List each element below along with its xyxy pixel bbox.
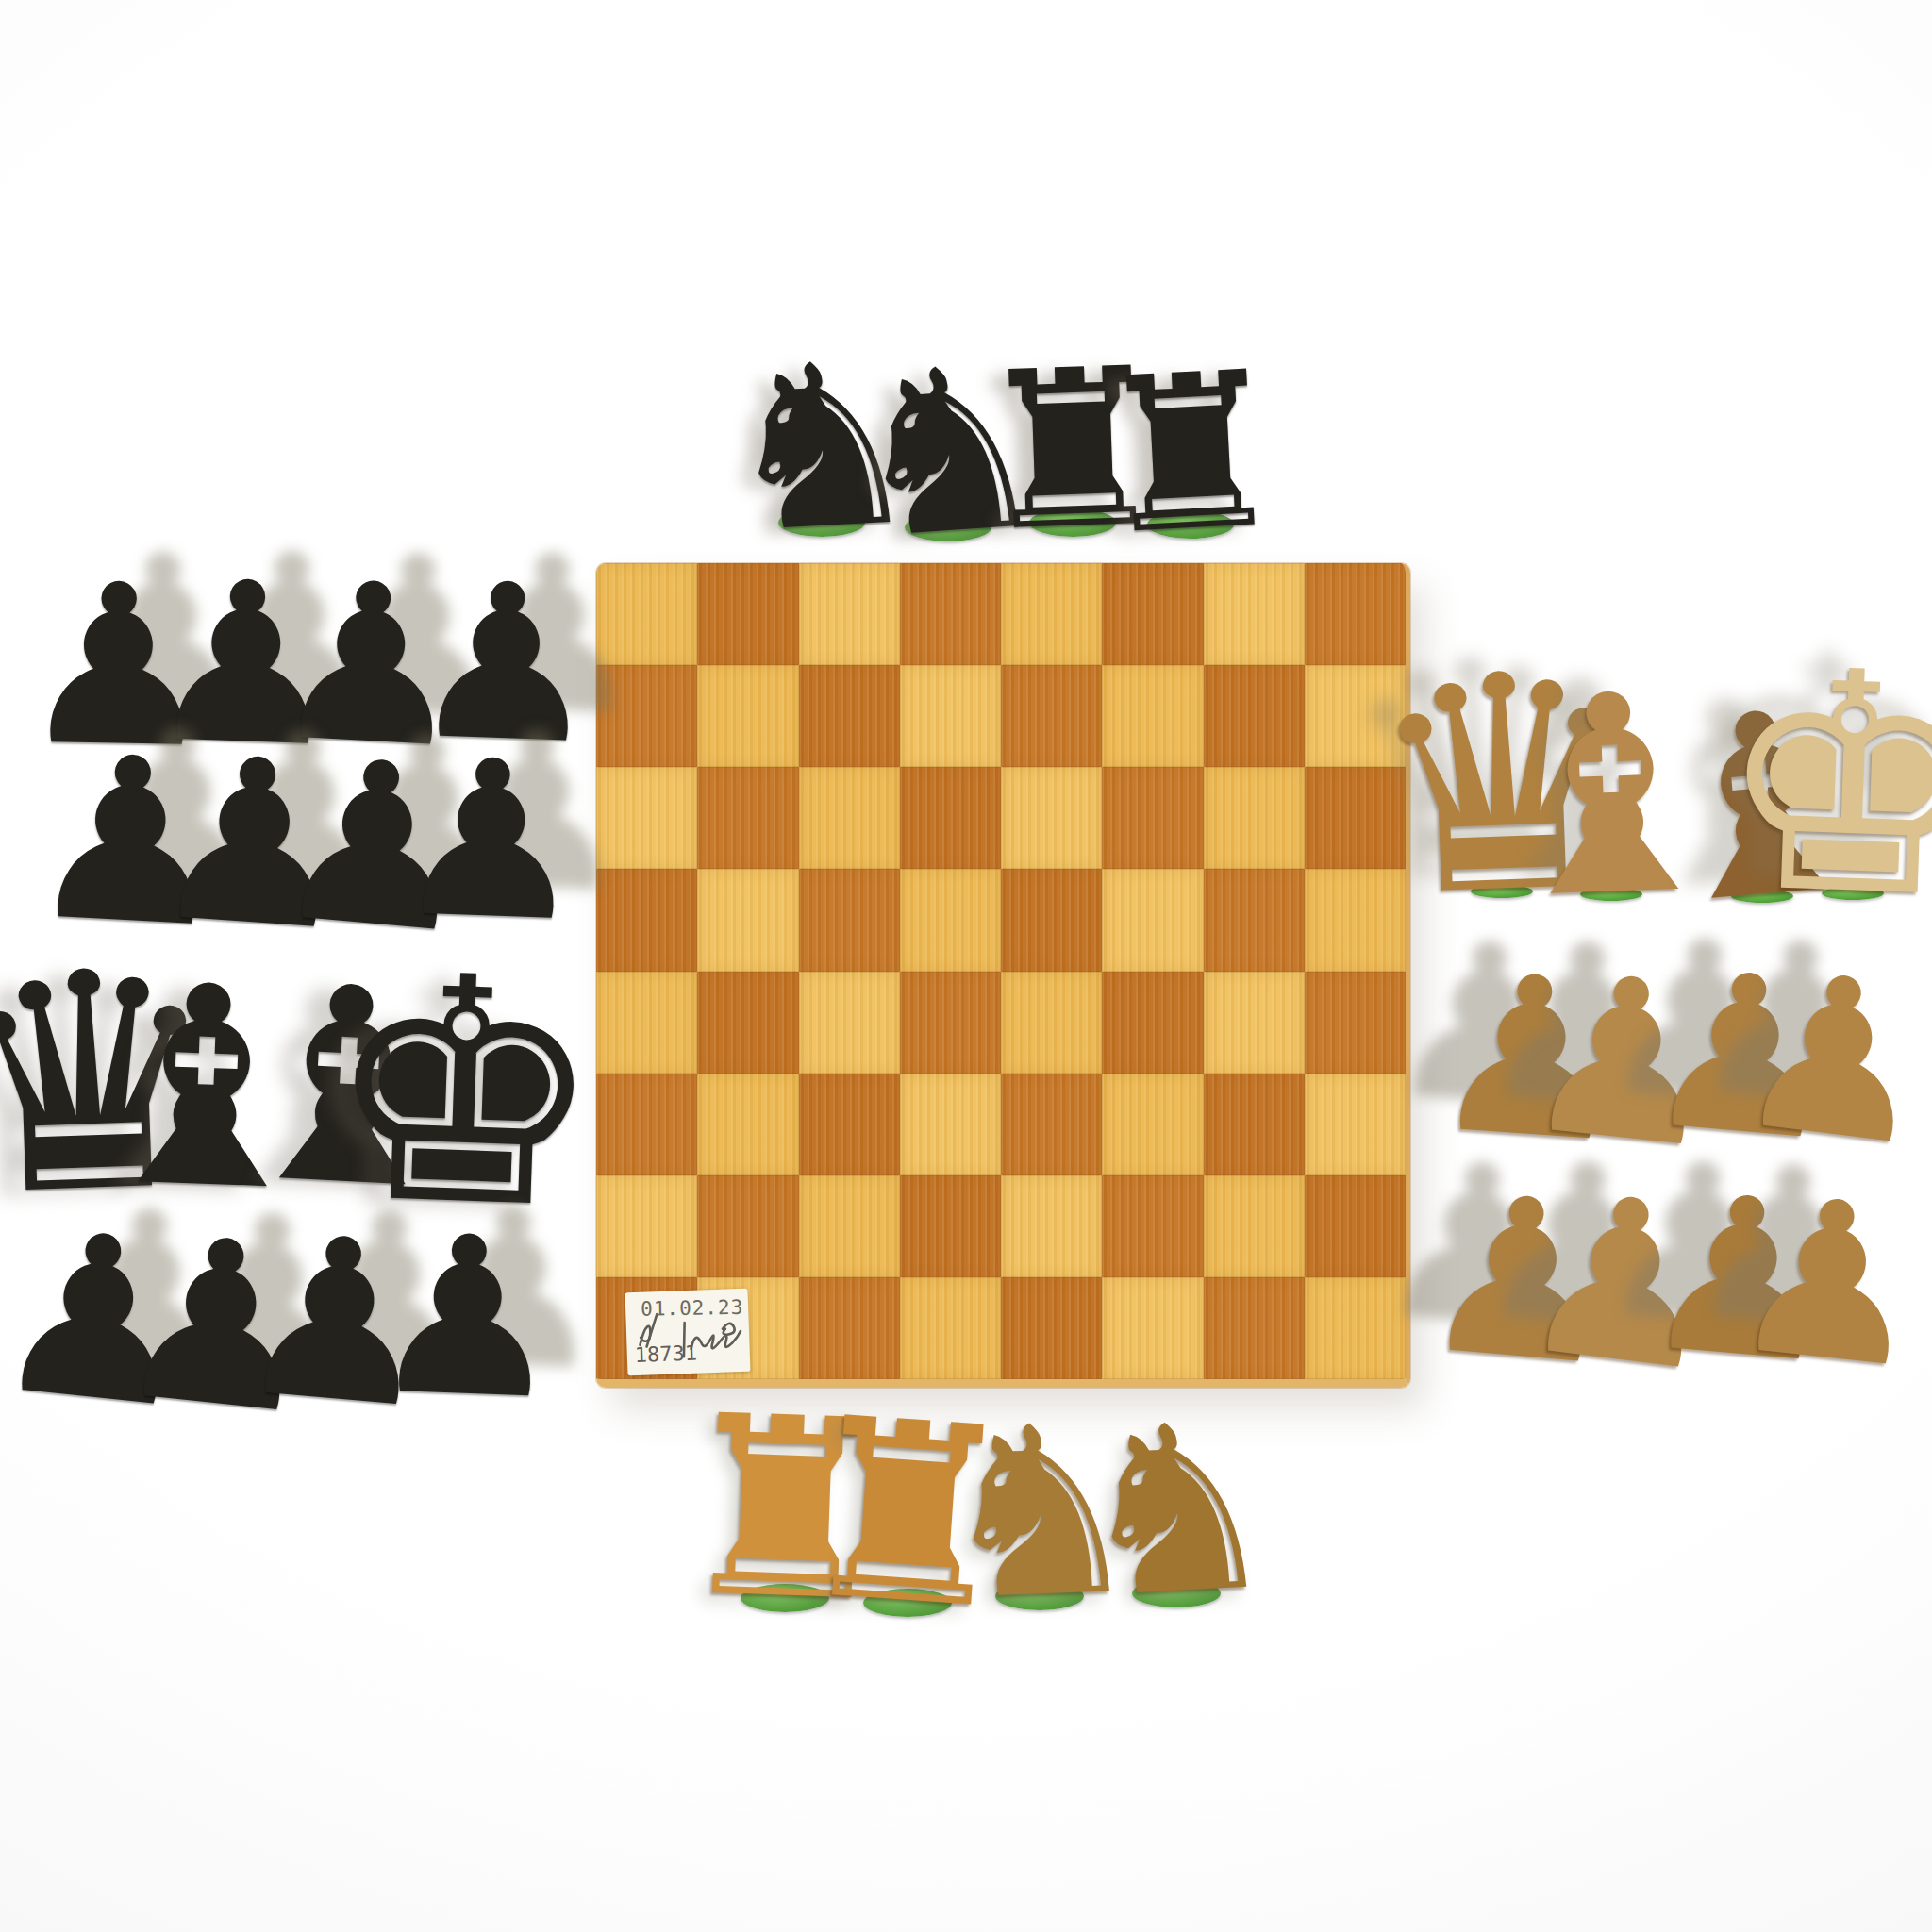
chess-board <box>596 563 1410 1388</box>
square-c7 <box>799 665 900 767</box>
square-f2 <box>1102 1175 1203 1277</box>
square-d1 <box>900 1277 1001 1379</box>
square-f3 <box>1102 1074 1203 1175</box>
square-h4 <box>1305 972 1406 1074</box>
square-e3 <box>1001 1074 1102 1175</box>
square-f7 <box>1102 665 1203 767</box>
square-e6 <box>1001 767 1102 869</box>
black-rook: ♜ <box>1090 342 1291 565</box>
sticker-date: 01.02.23 <box>641 1296 744 1321</box>
square-c2 <box>799 1175 900 1277</box>
square-b4 <box>697 972 798 1074</box>
square-c5 <box>799 869 900 971</box>
square-d6 <box>900 767 1001 869</box>
square-h2 <box>1305 1175 1406 1277</box>
square-c3 <box>799 1074 900 1175</box>
square-b6 <box>697 767 798 869</box>
square-d4 <box>900 972 1001 1074</box>
square-c4 <box>799 972 900 1074</box>
square-e7 <box>1001 665 1102 767</box>
square-a2 <box>596 1175 697 1277</box>
white-knight: ♞ <box>1067 1391 1285 1631</box>
square-b5 <box>697 869 798 971</box>
square-f6 <box>1102 767 1203 869</box>
square-a3 <box>596 1074 697 1175</box>
white-pawn: ♟ <box>1722 1164 1932 1400</box>
square-e1 <box>1001 1277 1102 1379</box>
square-a7 <box>596 665 697 767</box>
square-g5 <box>1204 869 1305 971</box>
square-f4 <box>1102 972 1203 1074</box>
square-d3 <box>900 1074 1001 1175</box>
square-e2 <box>1001 1175 1102 1277</box>
square-b7 <box>697 665 798 767</box>
square-f5 <box>1102 869 1203 971</box>
square-d2 <box>900 1175 1001 1277</box>
square-a5 <box>596 869 697 971</box>
square-d7 <box>900 665 1001 767</box>
inventory-sticker: 01.02.23 18731 <box>625 1289 751 1375</box>
chess-set-photo: 01.02.23 18731 ♞♞♜♜♟♟♟♟♟♟♟♟♛♝♝♚♟♟♟♟♛♝♝♚♟… <box>0 0 1932 1932</box>
square-g2 <box>1204 1175 1305 1277</box>
square-g4 <box>1204 972 1305 1074</box>
square-g8 <box>1204 563 1305 665</box>
square-h1 <box>1305 1277 1406 1379</box>
square-c6 <box>799 767 900 869</box>
square-e4 <box>1001 972 1102 1074</box>
square-g7 <box>1204 665 1305 767</box>
square-f1 <box>1102 1277 1203 1379</box>
square-g3 <box>1204 1074 1305 1175</box>
square-a8 <box>596 563 697 665</box>
square-d5 <box>900 869 1001 971</box>
square-b3 <box>697 1074 798 1175</box>
square-b2 <box>697 1175 798 1277</box>
square-a6 <box>596 767 697 869</box>
square-h3 <box>1305 1074 1406 1175</box>
square-a4 <box>596 972 697 1074</box>
square-g6 <box>1204 767 1305 869</box>
white-king: ♚ <box>1711 628 1932 941</box>
square-g1 <box>1204 1277 1305 1379</box>
sticker-number: 18731 <box>634 1341 697 1367</box>
square-e5 <box>1001 869 1102 971</box>
black-pawn: ♟ <box>365 1205 569 1430</box>
square-e8 <box>1001 563 1102 665</box>
white-pawn: ♟ <box>1726 940 1932 1178</box>
